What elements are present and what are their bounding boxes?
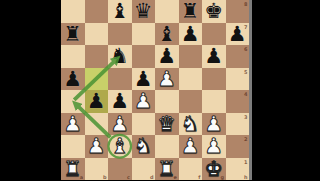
piece-bP-f7[interactable]: ♟ [181,23,200,46]
square-e3[interactable]: ♛ [155,113,179,136]
square-h4[interactable]: 4 [226,90,250,113]
piece-bP-h7[interactable]: ♟ [228,23,247,46]
square-b7[interactable] [85,23,109,46]
piece-wP-b2[interactable]: ♟ [87,135,106,158]
square-f2[interactable]: ♟ [179,135,203,158]
square-e1[interactable]: ♜e [155,158,179,181]
square-h5[interactable]: 5 [226,68,250,91]
square-a5[interactable]: ♟ [61,68,85,91]
piece-bN-c6[interactable]: ♞ [110,45,129,68]
piece-bR-f8[interactable]: ♜ [181,0,200,23]
square-g2[interactable]: ♟ [202,135,226,158]
piece-bQ-d8[interactable]: ♛ [134,0,153,23]
square-h6[interactable]: 6 [226,45,250,68]
square-a6[interactable] [61,45,85,68]
square-e8[interactable] [155,0,179,23]
square-h3[interactable]: 3 [226,113,250,136]
square-g1[interactable]: ♚g [202,158,226,181]
coord-rank-8: 8 [244,1,247,7]
coord-rank-1: 1 [244,159,247,165]
square-b5[interactable] [85,68,109,91]
square-d4[interactable]: ♟ [132,90,156,113]
square-g8[interactable]: ♚ [202,0,226,23]
square-c2[interactable]: ♝ [108,135,132,158]
square-b8[interactable] [85,0,109,23]
square-f8[interactable]: ♜ [179,0,203,23]
piece-wB-c2[interactable]: ♝ [110,135,129,158]
square-e5[interactable]: ♟ [155,68,179,91]
square-g7[interactable] [202,23,226,46]
piece-wP-d4[interactable]: ♟ [134,90,153,113]
square-a3[interactable]: ♟ [61,113,85,136]
piece-wN-f3[interactable]: ♞ [181,113,200,136]
square-g5[interactable] [202,68,226,91]
coord-file-h: h [244,174,248,180]
coord-rank-4: 4 [244,91,247,97]
square-c8[interactable]: ♝ [108,0,132,23]
piece-wP-e5[interactable]: ♟ [157,68,176,91]
video-frame: ♝♛♜♚8♜♝♟♟7♞♟♟6♟♟♟5♟♟♟4♟♟♛♞♟3♟♝♞♟♟2♜abcd♜… [0,0,320,180]
piece-wP-c3[interactable]: ♟ [110,113,129,136]
piece-bP-a5[interactable]: ♟ [63,68,82,91]
piece-bR-a7[interactable]: ♜ [63,23,82,46]
coord-file-d: d [150,174,154,180]
square-b2[interactable]: ♟ [85,135,109,158]
square-e6[interactable]: ♟ [155,45,179,68]
piece-bB-c8[interactable]: ♝ [110,0,129,23]
square-c6[interactable]: ♞ [108,45,132,68]
piece-bK-g8[interactable]: ♚ [204,0,223,23]
piece-bP-g6[interactable]: ♟ [204,45,223,68]
piece-wQ-e3[interactable]: ♛ [157,113,176,136]
piece-wP-g2[interactable]: ♟ [204,135,223,158]
piece-wR-a1[interactable]: ♜ [63,158,82,181]
square-e2[interactable] [155,135,179,158]
square-f1[interactable]: f [179,158,203,181]
board-edge-strip [249,0,252,180]
square-h7[interactable]: ♟7 [226,23,250,46]
square-e4[interactable] [155,90,179,113]
square-f5[interactable] [179,68,203,91]
coord-file-c: c [127,174,130,180]
square-d2[interactable]: ♞ [132,135,156,158]
square-b4[interactable]: ♟ [85,90,109,113]
square-h2[interactable]: 2 [226,135,250,158]
piece-wP-f2[interactable]: ♟ [181,135,200,158]
square-a1[interactable]: ♜a [61,158,85,181]
square-a7[interactable]: ♜ [61,23,85,46]
square-f3[interactable]: ♞ [179,113,203,136]
square-c7[interactable] [108,23,132,46]
square-c1[interactable]: c [108,158,132,181]
chess-board: ♝♛♜♚8♜♝♟♟7♞♟♟6♟♟♟5♟♟♟4♟♟♛♞♟3♟♝♞♟♟2♜abcd♜… [61,0,249,180]
square-h1[interactable]: 1h [226,158,250,181]
square-g4[interactable] [202,90,226,113]
square-g6[interactable]: ♟ [202,45,226,68]
square-b3[interactable] [85,113,109,136]
square-c3[interactable]: ♟ [108,113,132,136]
square-c5[interactable] [108,68,132,91]
square-d7[interactable] [132,23,156,46]
square-d1[interactable]: d [132,158,156,181]
square-f7[interactable]: ♟ [179,23,203,46]
square-d6[interactable] [132,45,156,68]
coord-rank-6: 6 [244,46,247,52]
coord-file-f: f [198,174,200,180]
coord-file-b: b [103,174,107,180]
square-a8[interactable] [61,0,85,23]
piece-wP-g3[interactable]: ♟ [204,113,223,136]
square-d8[interactable]: ♛ [132,0,156,23]
piece-bP-c4[interactable]: ♟ [110,90,129,113]
piece-bB-e7[interactable]: ♝ [157,23,176,46]
square-a4[interactable] [61,90,85,113]
piece-wP-a3[interactable]: ♟ [63,113,82,136]
piece-bP-d5[interactable]: ♟ [134,68,153,91]
square-h8[interactable]: 8 [226,0,250,23]
piece-bP-b4[interactable]: ♟ [87,90,106,113]
square-e7[interactable]: ♝ [155,23,179,46]
coord-rank-2: 2 [244,136,247,142]
piece-wK-g1[interactable]: ♚ [204,158,223,181]
square-d3[interactable] [132,113,156,136]
square-f4[interactable] [179,90,203,113]
square-b6[interactable] [85,45,109,68]
square-d5[interactable]: ♟ [132,68,156,91]
square-f6[interactable] [179,45,203,68]
coord-rank-3: 3 [244,114,247,120]
square-b1[interactable]: b [85,158,109,181]
piece-bP-e6[interactable]: ♟ [157,45,176,68]
coord-rank-5: 5 [244,69,247,75]
square-g3[interactable]: ♟ [202,113,226,136]
square-a2[interactable] [61,135,85,158]
square-c4[interactable]: ♟ [108,90,132,113]
piece-wN-d2[interactable]: ♞ [134,135,153,158]
piece-wR-e1[interactable]: ♜ [157,158,176,181]
